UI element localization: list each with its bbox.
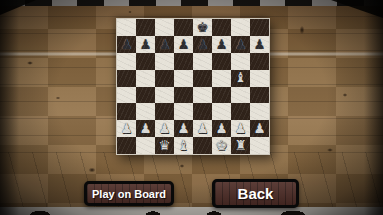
square-g6[interactable] — [231, 53, 250, 70]
square-e3[interactable] — [193, 103, 212, 120]
square-g2[interactable]: ♟ — [231, 120, 250, 137]
square-a4[interactable] — [117, 87, 136, 104]
back-button[interactable]: Back — [212, 179, 299, 208]
square-f8[interactable] — [212, 19, 231, 36]
piece-black-pawn-e7: ♟ — [193, 36, 212, 53]
square-f1[interactable]: ♚ — [212, 137, 231, 154]
square-c5[interactable] — [155, 70, 174, 87]
square-d7[interactable]: ♟ — [174, 36, 193, 53]
piece-black-pawn-g7: ♟ — [231, 36, 250, 53]
square-b5[interactable] — [136, 70, 155, 87]
piece-white-pawn-g2: ♟ — [231, 120, 250, 137]
piece-black-pawn-d7: ♟ — [174, 36, 193, 53]
piece-white-pawn-f2: ♟ — [212, 120, 231, 137]
square-b1[interactable] — [136, 137, 155, 154]
square-c4[interactable] — [155, 87, 174, 104]
piece-white-bishop-g5: ♝ — [231, 70, 250, 87]
square-a8[interactable] — [117, 19, 136, 36]
square-h6[interactable] — [250, 53, 269, 70]
square-c1[interactable]: ♛ — [155, 137, 174, 154]
square-a5[interactable] — [117, 70, 136, 87]
square-e2[interactable]: ♟ — [193, 120, 212, 137]
horizon-strip — [0, 0, 383, 6]
square-a2[interactable]: ♟ — [117, 120, 136, 137]
square-a6[interactable] — [117, 53, 136, 70]
square-c6[interactable] — [155, 53, 174, 70]
square-f2[interactable]: ♟ — [212, 120, 231, 137]
square-f5[interactable] — [212, 70, 231, 87]
square-c7[interactable]: ♟ — [155, 36, 174, 53]
piece-black-pawn-a7: ♟ — [117, 36, 136, 53]
square-a1[interactable] — [117, 137, 136, 154]
piece-white-bishop-d1: ♝ — [174, 137, 193, 154]
square-f7[interactable]: ♟ — [212, 36, 231, 53]
back-button-label: Back — [238, 185, 274, 202]
square-d3[interactable] — [174, 103, 193, 120]
piece-white-pawn-e2: ♟ — [193, 120, 212, 137]
square-f6[interactable] — [212, 53, 231, 70]
square-c2[interactable]: ♟ — [155, 120, 174, 137]
piece-black-pawn-f7: ♟ — [212, 36, 231, 53]
square-g8[interactable] — [231, 19, 250, 36]
square-h1[interactable] — [250, 137, 269, 154]
square-g1[interactable]: ♜ — [231, 137, 250, 154]
square-g7[interactable]: ♟ — [231, 36, 250, 53]
square-b4[interactable] — [136, 87, 155, 104]
square-e5[interactable] — [193, 70, 212, 87]
piece-white-pawn-h2: ♟ — [250, 120, 269, 137]
piece-white-pawn-d2: ♟ — [174, 120, 193, 137]
square-b8[interactable] — [136, 19, 155, 36]
chess-board[interactable]: ♚♟♟♟♟♟♟♟♟♝♟♟♟♟♟♟♟♟♛♝♚♜ — [116, 18, 270, 155]
piece-black-pawn-c7: ♟ — [155, 36, 174, 53]
square-g5[interactable]: ♝ — [231, 70, 250, 87]
square-e8[interactable]: ♚ — [193, 19, 212, 36]
square-e1[interactable] — [193, 137, 212, 154]
square-a7[interactable]: ♟ — [117, 36, 136, 53]
play-on-board-button[interactable]: Play on Board — [84, 181, 174, 206]
square-b2[interactable]: ♟ — [136, 120, 155, 137]
square-g4[interactable] — [231, 87, 250, 104]
square-e6[interactable] — [193, 53, 212, 70]
square-f3[interactable] — [212, 103, 231, 120]
square-d4[interactable] — [174, 87, 193, 104]
piece-white-pawn-a2: ♟ — [117, 120, 136, 137]
piece-white-queen-c1: ♛ — [155, 137, 174, 154]
play-on-board-button-label: Play on Board — [92, 188, 166, 200]
piece-white-pawn-c2: ♟ — [155, 120, 174, 137]
square-a3[interactable] — [117, 103, 136, 120]
square-h5[interactable] — [250, 70, 269, 87]
square-h7[interactable]: ♟ — [250, 36, 269, 53]
piece-black-king-e8: ♚ — [193, 19, 212, 36]
square-b7[interactable]: ♟ — [136, 36, 155, 53]
piece-white-rook-g1: ♜ — [231, 137, 250, 154]
bottom-edge-strip — [0, 207, 383, 215]
square-h2[interactable]: ♟ — [250, 120, 269, 137]
square-h4[interactable] — [250, 87, 269, 104]
square-g3[interactable] — [231, 103, 250, 120]
square-d8[interactable] — [174, 19, 193, 36]
square-e4[interactable] — [193, 87, 212, 104]
piece-black-pawn-b7: ♟ — [136, 36, 155, 53]
square-d6[interactable] — [174, 53, 193, 70]
square-c8[interactable] — [155, 19, 174, 36]
square-b6[interactable] — [136, 53, 155, 70]
piece-black-pawn-h7: ♟ — [250, 36, 269, 53]
square-f4[interactable] — [212, 87, 231, 104]
square-h3[interactable] — [250, 103, 269, 120]
square-h8[interactable] — [250, 19, 269, 36]
square-e7[interactable]: ♟ — [193, 36, 212, 53]
square-c3[interactable] — [155, 103, 174, 120]
square-d2[interactable]: ♟ — [174, 120, 193, 137]
piece-white-king-f1: ♚ — [212, 137, 231, 154]
square-d5[interactable] — [174, 70, 193, 87]
piece-white-pawn-b2: ♟ — [136, 120, 155, 137]
square-d1[interactable]: ♝ — [174, 137, 193, 154]
square-b3[interactable] — [136, 103, 155, 120]
